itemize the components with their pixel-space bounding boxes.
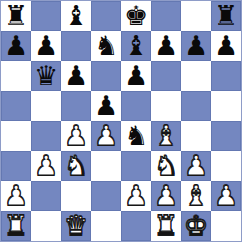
white-pawn[interactable]: ♟ bbox=[64, 122, 88, 149]
square-c3[interactable]: ♞ bbox=[61, 151, 91, 181]
chess-board: ♜♝♚♜♟♟♞♝♟♟♟♛♟♟♟♟♟♞♝♟♞♞♟♟♟♟♝♟♜♛♜♚ bbox=[0, 0, 242, 242]
square-h1[interactable] bbox=[211, 211, 241, 241]
black-pawn[interactable]: ♟ bbox=[184, 32, 208, 59]
square-a3[interactable] bbox=[1, 151, 31, 181]
black-pawn[interactable]: ♟ bbox=[64, 62, 88, 89]
square-c7[interactable] bbox=[61, 31, 91, 61]
white-pawn[interactable]: ♟ bbox=[94, 122, 118, 149]
square-b5[interactable] bbox=[31, 91, 61, 121]
square-f7[interactable]: ♟ bbox=[151, 31, 181, 61]
square-h4[interactable] bbox=[211, 121, 241, 151]
square-e8[interactable]: ♚ bbox=[121, 1, 151, 31]
square-f1[interactable]: ♜ bbox=[151, 211, 181, 241]
square-a6[interactable] bbox=[1, 61, 31, 91]
square-g7[interactable]: ♟ bbox=[181, 31, 211, 61]
white-knight[interactable]: ♞ bbox=[64, 152, 88, 179]
square-g4[interactable] bbox=[181, 121, 211, 151]
black-pawn[interactable]: ♟ bbox=[214, 32, 238, 59]
square-e7[interactable]: ♝ bbox=[121, 31, 151, 61]
square-g3[interactable]: ♟ bbox=[181, 151, 211, 181]
square-b8[interactable] bbox=[31, 1, 61, 31]
square-b3[interactable]: ♟ bbox=[31, 151, 61, 181]
black-pawn[interactable]: ♟ bbox=[154, 32, 178, 59]
square-f6[interactable] bbox=[151, 61, 181, 91]
black-pawn[interactable]: ♟ bbox=[4, 32, 28, 59]
square-g2[interactable]: ♝ bbox=[181, 181, 211, 211]
black-king[interactable]: ♚ bbox=[124, 2, 148, 29]
white-knight[interactable]: ♞ bbox=[154, 152, 178, 179]
black-pawn[interactable]: ♟ bbox=[34, 32, 58, 59]
square-d5[interactable]: ♟ bbox=[91, 91, 121, 121]
black-queen[interactable]: ♛ bbox=[34, 62, 58, 89]
square-b7[interactable]: ♟ bbox=[31, 31, 61, 61]
square-a5[interactable] bbox=[1, 91, 31, 121]
square-d2[interactable] bbox=[91, 181, 121, 211]
square-b1[interactable] bbox=[31, 211, 61, 241]
white-queen[interactable]: ♛ bbox=[64, 212, 88, 239]
square-a2[interactable]: ♟ bbox=[1, 181, 31, 211]
square-c2[interactable] bbox=[61, 181, 91, 211]
square-b6[interactable]: ♛ bbox=[31, 61, 61, 91]
white-pawn[interactable]: ♟ bbox=[124, 182, 148, 209]
white-king[interactable]: ♚ bbox=[184, 212, 208, 239]
square-g6[interactable] bbox=[181, 61, 211, 91]
black-rook[interactable]: ♜ bbox=[214, 2, 238, 29]
square-g8[interactable] bbox=[181, 1, 211, 31]
square-a8[interactable]: ♜ bbox=[1, 1, 31, 31]
black-knight[interactable]: ♞ bbox=[124, 122, 148, 149]
square-c5[interactable] bbox=[61, 91, 91, 121]
black-pawn[interactable]: ♟ bbox=[94, 92, 118, 119]
square-a1[interactable]: ♜ bbox=[1, 211, 31, 241]
square-g5[interactable] bbox=[181, 91, 211, 121]
square-d3[interactable] bbox=[91, 151, 121, 181]
black-bishop[interactable]: ♝ bbox=[64, 2, 88, 29]
square-f4[interactable]: ♝ bbox=[151, 121, 181, 151]
square-d1[interactable] bbox=[91, 211, 121, 241]
square-b4[interactable] bbox=[31, 121, 61, 151]
black-rook[interactable]: ♜ bbox=[4, 2, 28, 29]
square-f5[interactable] bbox=[151, 91, 181, 121]
square-d8[interactable] bbox=[91, 1, 121, 31]
black-bishop[interactable]: ♝ bbox=[124, 32, 148, 59]
square-h5[interactable] bbox=[211, 91, 241, 121]
white-pawn[interactable]: ♟ bbox=[34, 152, 58, 179]
white-pawn[interactable]: ♟ bbox=[4, 182, 28, 209]
white-pawn[interactable]: ♟ bbox=[184, 152, 208, 179]
square-h2[interactable]: ♟ bbox=[211, 181, 241, 211]
square-c6[interactable]: ♟ bbox=[61, 61, 91, 91]
square-e5[interactable] bbox=[121, 91, 151, 121]
square-c1[interactable]: ♛ bbox=[61, 211, 91, 241]
square-b2[interactable] bbox=[31, 181, 61, 211]
square-c8[interactable]: ♝ bbox=[61, 1, 91, 31]
white-bishop[interactable]: ♝ bbox=[154, 122, 178, 149]
square-h7[interactable]: ♟ bbox=[211, 31, 241, 61]
square-e1[interactable] bbox=[121, 211, 151, 241]
square-f8[interactable] bbox=[151, 1, 181, 31]
square-h8[interactable]: ♜ bbox=[211, 1, 241, 31]
white-bishop[interactable]: ♝ bbox=[184, 182, 208, 209]
white-pawn[interactable]: ♟ bbox=[154, 182, 178, 209]
square-e2[interactable]: ♟ bbox=[121, 181, 151, 211]
square-e3[interactable] bbox=[121, 151, 151, 181]
square-d6[interactable] bbox=[91, 61, 121, 91]
square-h3[interactable] bbox=[211, 151, 241, 181]
square-e6[interactable]: ♟ bbox=[121, 61, 151, 91]
square-a7[interactable]: ♟ bbox=[1, 31, 31, 61]
square-a4[interactable] bbox=[1, 121, 31, 151]
square-f2[interactable]: ♟ bbox=[151, 181, 181, 211]
black-pawn[interactable]: ♟ bbox=[124, 62, 148, 89]
square-h6[interactable] bbox=[211, 61, 241, 91]
square-c4[interactable]: ♟ bbox=[61, 121, 91, 151]
square-d4[interactable]: ♟ bbox=[91, 121, 121, 151]
square-d7[interactable]: ♞ bbox=[91, 31, 121, 61]
square-e4[interactable]: ♞ bbox=[121, 121, 151, 151]
white-rook[interactable]: ♜ bbox=[4, 212, 28, 239]
white-pawn[interactable]: ♟ bbox=[214, 182, 238, 209]
black-knight[interactable]: ♞ bbox=[94, 32, 118, 59]
square-g1[interactable]: ♚ bbox=[181, 211, 211, 241]
square-f3[interactable]: ♞ bbox=[151, 151, 181, 181]
white-rook[interactable]: ♜ bbox=[154, 212, 178, 239]
